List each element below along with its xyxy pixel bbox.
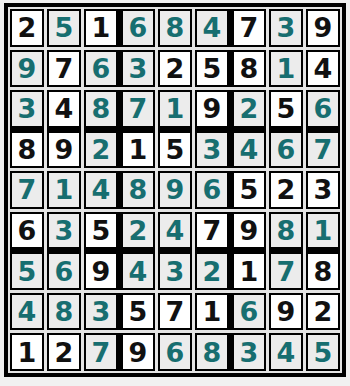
cell-r6c5[interactable]: 4 [158, 212, 192, 250]
cell-r5c4[interactable]: 8 [121, 171, 155, 209]
cell-r9c7[interactable]: 3 [232, 333, 266, 371]
filled-digit: 6 [277, 136, 296, 163]
given-digit: 5 [277, 95, 296, 122]
filled-digit: 4 [18, 298, 37, 325]
given-digit: 6 [18, 217, 37, 244]
given-digit: 9 [277, 298, 296, 325]
filled-digit: 3 [277, 14, 296, 41]
filled-digit: 5 [18, 258, 37, 285]
filled-digit: 9 [18, 55, 37, 82]
cell-r8c6[interactable]: 1 [195, 293, 229, 331]
cell-r8c9[interactable]: 2 [306, 293, 340, 331]
cell-r4c9[interactable]: 7 [306, 131, 340, 169]
filled-digit: 6 [240, 298, 259, 325]
cell-r2c9[interactable]: 4 [306, 50, 340, 88]
cell-r7c6[interactable]: 2 [195, 252, 229, 290]
cell-r7c3[interactable]: 9 [84, 252, 118, 290]
cell-r8c1[interactable]: 4 [10, 293, 44, 331]
cell-r6c1[interactable]: 6 [10, 212, 44, 250]
cell-r7c7[interactable]: 1 [232, 252, 266, 290]
filled-digit: 6 [314, 95, 333, 122]
cell-r3c5[interactable]: 1 [158, 90, 192, 128]
cell-r7c2[interactable]: 6 [47, 252, 81, 290]
given-digit: 8 [18, 136, 37, 163]
given-digit: 3 [314, 176, 333, 203]
given-digit: 2 [277, 176, 296, 203]
cell-r3c2[interactable]: 4 [47, 90, 81, 128]
cell-r4c4[interactable]: 1 [121, 131, 155, 169]
filled-digit: 6 [166, 339, 185, 366]
cell-r7c4[interactable]: 4 [121, 252, 155, 290]
cell-r7c5[interactable]: 3 [158, 252, 192, 290]
cell-r1c8[interactable]: 3 [269, 9, 303, 47]
filled-digit: 9 [166, 176, 185, 203]
cell-r9c6[interactable]: 8 [195, 333, 229, 371]
given-digit: 5 [203, 55, 222, 82]
cell-r5c5[interactable]: 9 [158, 171, 192, 209]
filled-digit: 6 [129, 14, 148, 41]
given-digit: 1 [203, 298, 222, 325]
cell-r2c3[interactable]: 6 [84, 50, 118, 88]
filled-digit: 4 [129, 258, 148, 285]
cell-r8c7[interactable]: 6 [232, 293, 266, 331]
filled-digit: 8 [55, 298, 74, 325]
cell-r2c2[interactable]: 7 [47, 50, 81, 88]
given-digit: 9 [55, 136, 74, 163]
filled-digit: 8 [129, 176, 148, 203]
given-digit: 5 [129, 298, 148, 325]
filled-digit: 4 [203, 14, 222, 41]
filled-digit: 5 [55, 14, 74, 41]
filled-digit: 2 [203, 258, 222, 285]
given-digit: 9 [314, 14, 333, 41]
cell-r5c6[interactable]: 6 [195, 171, 229, 209]
sudoku-board: 2516847399763258143487192568921534677148… [4, 3, 346, 377]
given-digit: 8 [314, 258, 333, 285]
given-digit: 7 [240, 14, 259, 41]
filled-digit: 6 [203, 176, 222, 203]
filled-digit: 3 [55, 217, 74, 244]
filled-digit: 3 [129, 55, 148, 82]
cell-r2c7[interactable]: 8 [232, 50, 266, 88]
cell-r3c9[interactable]: 6 [306, 90, 340, 128]
filled-digit: 1 [55, 176, 74, 203]
filled-digit: 4 [166, 217, 185, 244]
cell-r7c9[interactable]: 8 [306, 252, 340, 290]
given-digit: 7 [55, 55, 74, 82]
cell-r9c4[interactable]: 9 [121, 333, 155, 371]
cell-r6c6[interactable]: 7 [195, 212, 229, 250]
cell-r7c1[interactable]: 5 [10, 252, 44, 290]
filled-digit: 4 [92, 176, 111, 203]
cell-r9c5[interactable]: 6 [158, 333, 192, 371]
filled-digit: 7 [314, 136, 333, 163]
given-digit: 2 [18, 14, 37, 41]
cell-r1c2[interactable]: 5 [47, 9, 81, 47]
cell-r4c8[interactable]: 6 [269, 131, 303, 169]
filled-digit: 1 [277, 55, 296, 82]
cell-r9c3[interactable]: 7 [84, 333, 118, 371]
cell-r6c4[interactable]: 2 [121, 212, 155, 250]
cell-r5c8[interactable]: 2 [269, 171, 303, 209]
cell-r8c8[interactable]: 9 [269, 293, 303, 331]
given-digit: 9 [240, 217, 259, 244]
given-digit: 9 [203, 95, 222, 122]
filled-digit: 1 [314, 217, 333, 244]
filled-digit: 8 [166, 14, 185, 41]
given-digit: 7 [203, 217, 222, 244]
filled-digit: 8 [92, 95, 111, 122]
cell-r6c9[interactable]: 1 [306, 212, 340, 250]
given-digit: 4 [55, 95, 74, 122]
given-digit: 5 [240, 176, 259, 203]
filled-digit: 7 [92, 339, 111, 366]
filled-digit: 3 [166, 258, 185, 285]
cell-r3c3[interactable]: 8 [84, 90, 118, 128]
cell-r8c5[interactable]: 7 [158, 293, 192, 331]
cell-r9c8[interactable]: 4 [269, 333, 303, 371]
filled-digit: 8 [277, 217, 296, 244]
given-digit: 5 [92, 217, 111, 244]
given-digit: 1 [18, 339, 37, 366]
cell-r2c5[interactable]: 2 [158, 50, 192, 88]
cell-r4c3[interactable]: 2 [84, 131, 118, 169]
filled-digit: 6 [55, 258, 74, 285]
filled-digit: 3 [92, 298, 111, 325]
cell-r6c8[interactable]: 8 [269, 212, 303, 250]
given-digit: 1 [129, 136, 148, 163]
filled-digit: 4 [240, 136, 259, 163]
cell-r3c4[interactable]: 7 [121, 90, 155, 128]
cell-r9c1[interactable]: 1 [10, 333, 44, 371]
cell-r6c7[interactable]: 9 [232, 212, 266, 250]
cell-r2c4[interactable]: 3 [121, 50, 155, 88]
cell-r2c1[interactable]: 9 [10, 50, 44, 88]
cell-r4c2[interactable]: 9 [47, 131, 81, 169]
given-digit: 2 [314, 298, 333, 325]
given-digit: 7 [166, 298, 185, 325]
cell-r1c5[interactable]: 8 [158, 9, 192, 47]
cell-r3c7[interactable]: 2 [232, 90, 266, 128]
given-digit: 9 [129, 339, 148, 366]
given-digit: 4 [314, 55, 333, 82]
filled-digit: 6 [92, 55, 111, 82]
filled-digit: 3 [18, 95, 37, 122]
given-digit: 2 [55, 339, 74, 366]
cell-r5c1[interactable]: 7 [10, 171, 44, 209]
given-digit: 8 [240, 55, 259, 82]
filled-digit: 4 [277, 339, 296, 366]
cell-r8c4[interactable]: 5 [121, 293, 155, 331]
filled-digit: 1 [166, 95, 185, 122]
cell-r3c8[interactable]: 5 [269, 90, 303, 128]
cell-r3c1[interactable]: 3 [10, 90, 44, 128]
cell-r6c2[interactable]: 3 [47, 212, 81, 250]
cell-r3c6[interactable]: 9 [195, 90, 229, 128]
cell-r2c6[interactable]: 5 [195, 50, 229, 88]
given-digit: 1 [240, 258, 259, 285]
filled-digit: 7 [277, 258, 296, 285]
cell-r1c3[interactable]: 1 [84, 9, 118, 47]
cell-r9c2[interactable]: 2 [47, 333, 81, 371]
cell-r4c7[interactable]: 4 [232, 131, 266, 169]
filled-digit: 7 [18, 176, 37, 203]
cell-r1c1[interactable]: 2 [10, 9, 44, 47]
filled-digit: 2 [92, 136, 111, 163]
cell-r4c5[interactable]: 5 [158, 131, 192, 169]
cell-r4c6[interactable]: 3 [195, 131, 229, 169]
cell-r1c7[interactable]: 7 [232, 9, 266, 47]
cell-r5c2[interactable]: 1 [47, 171, 81, 209]
cell-r7c8[interactable]: 7 [269, 252, 303, 290]
cell-r1c9[interactable]: 9 [306, 9, 340, 47]
cell-r1c6[interactable]: 4 [195, 9, 229, 47]
cell-r1c4[interactable]: 6 [121, 9, 155, 47]
filled-digit: 3 [240, 339, 259, 366]
cell-r9c9[interactable]: 5 [306, 333, 340, 371]
filled-digit: 7 [129, 95, 148, 122]
given-digit: 2 [166, 55, 185, 82]
filled-digit: 8 [203, 339, 222, 366]
given-digit: 5 [166, 136, 185, 163]
cell-r6c3[interactable]: 5 [84, 212, 118, 250]
filled-digit: 3 [203, 136, 222, 163]
cell-r4c1[interactable]: 8 [10, 131, 44, 169]
filled-digit: 2 [240, 95, 259, 122]
cell-r2c8[interactable]: 1 [269, 50, 303, 88]
filled-digit: 5 [314, 339, 333, 366]
cell-r5c3[interactable]: 4 [84, 171, 118, 209]
cell-r5c7[interactable]: 5 [232, 171, 266, 209]
cell-r5c9[interactable]: 3 [306, 171, 340, 209]
given-digit: 9 [92, 258, 111, 285]
cell-r8c2[interactable]: 8 [47, 293, 81, 331]
given-digit: 1 [92, 14, 111, 41]
cell-r8c3[interactable]: 3 [84, 293, 118, 331]
filled-digit: 2 [129, 217, 148, 244]
